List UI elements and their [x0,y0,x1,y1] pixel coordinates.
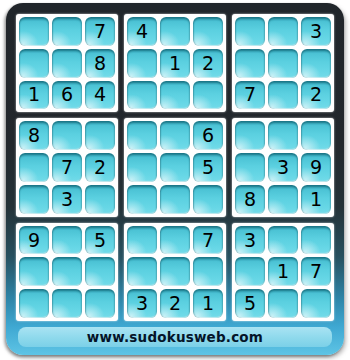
sudoku-block-7: 95 [16,223,118,321]
sudoku-cell-r6c1[interactable] [19,185,49,214]
sudoku-cell-r2c5: 1 [160,49,190,78]
sudoku-cell-r7c1: 9 [19,226,49,255]
sudoku-cell-r3c2: 6 [52,81,82,110]
sudoku-cell-r7c5[interactable] [160,226,190,255]
sudoku-cell-r6c9: 1 [301,185,331,214]
sudoku-cell-r2c2[interactable] [52,49,82,78]
sudoku-cell-r1c7[interactable] [235,17,265,46]
sudoku-cell-r5c7[interactable] [235,153,265,182]
sudoku-cell-r3c8[interactable] [268,81,298,110]
board-frame: 7816441237287236539819573213175 www.sudo… [6,3,344,355]
sudoku-cell-r7c3: 5 [85,226,115,255]
sudoku-cell-r1c4: 4 [127,17,157,46]
sudoku-cell-r8c8: 1 [268,257,298,286]
sudoku-cell-r6c7: 8 [235,185,265,214]
sudoku-cell-r9c1[interactable] [19,289,49,318]
sudoku-cell-r4c8[interactable] [268,121,298,150]
sudoku-cell-r1c1[interactable] [19,17,49,46]
sudoku-cell-r2c3: 8 [85,49,115,78]
sudoku-cell-r5c4[interactable] [127,153,157,182]
sudoku-cell-r2c9[interactable] [301,49,331,78]
sudoku-block-3: 372 [232,14,334,112]
sudoku-cell-r6c3[interactable] [85,185,115,214]
sudoku-block-9: 3175 [232,223,334,321]
sudoku-cell-r4c7[interactable] [235,121,265,150]
sudoku-cell-r4c5[interactable] [160,121,190,150]
sudoku-cell-r6c2: 3 [52,185,82,214]
sudoku-cell-r5c3: 2 [85,153,115,182]
sudoku-block-2: 412 [124,14,226,112]
sudoku-cell-r3c9: 2 [301,81,331,110]
sudoku-cell-r3c3: 4 [85,81,115,110]
sudoku-cell-r1c9: 3 [301,17,331,46]
sudoku-block-6: 3981 [232,118,334,216]
sudoku-cell-r9c5: 2 [160,289,190,318]
sudoku-cell-r2c6: 2 [193,49,223,78]
sudoku-page: 7816441237287236539819573213175 www.sudo… [0,0,350,360]
sudoku-cell-r4c2[interactable] [52,121,82,150]
sudoku-cell-r1c5[interactable] [160,17,190,46]
sudoku-cell-r2c1[interactable] [19,49,49,78]
sudoku-cell-r5c2: 7 [52,153,82,182]
sudoku-cell-r8c9: 7 [301,257,331,286]
sudoku-cell-r8c5[interactable] [160,257,190,286]
sudoku-cell-r6c6[interactable] [193,185,223,214]
sudoku-cell-r9c4: 3 [127,289,157,318]
site-url[interactable]: www.sudokusweb.com [87,329,263,345]
sudoku-cell-r2c7[interactable] [235,49,265,78]
sudoku-cell-r7c6: 7 [193,226,223,255]
sudoku-cell-r9c2[interactable] [52,289,82,318]
sudoku-cell-r3c1: 1 [19,81,49,110]
sudoku-cell-r6c5[interactable] [160,185,190,214]
sudoku-cell-r2c8[interactable] [268,49,298,78]
sudoku-cell-r7c9[interactable] [301,226,331,255]
sudoku-cell-r8c2[interactable] [52,257,82,286]
sudoku-cell-r9c3[interactable] [85,289,115,318]
sudoku-cell-r5c5[interactable] [160,153,190,182]
sudoku-cell-r7c2[interactable] [52,226,82,255]
sudoku-cell-r9c6: 1 [193,289,223,318]
sudoku-cell-r8c1[interactable] [19,257,49,286]
sudoku-cell-r3c7: 7 [235,81,265,110]
sudoku-cell-r7c7: 3 [235,226,265,255]
sudoku-cell-r4c6: 6 [193,121,223,150]
sudoku-cell-r4c1: 8 [19,121,49,150]
sudoku-cell-r4c3[interactable] [85,121,115,150]
sudoku-cell-r7c4[interactable] [127,226,157,255]
sudoku-cell-r4c9[interactable] [301,121,331,150]
sudoku-cell-r3c4[interactable] [127,81,157,110]
sudoku-cell-r6c8[interactable] [268,185,298,214]
sudoku-cell-r9c7: 5 [235,289,265,318]
sudoku-cell-r8c3[interactable] [85,257,115,286]
sudoku-cell-r8c4[interactable] [127,257,157,286]
sudoku-cell-r5c9: 9 [301,153,331,182]
sudoku-cell-r5c1[interactable] [19,153,49,182]
sudoku-cell-r1c2[interactable] [52,17,82,46]
sudoku-block-8: 7321 [124,223,226,321]
sudoku-cell-r1c3: 7 [85,17,115,46]
sudoku-cell-r2c4[interactable] [127,49,157,78]
sudoku-cell-r6c4[interactable] [127,185,157,214]
sudoku-cell-r4c4[interactable] [127,121,157,150]
sudoku-cell-r3c6[interactable] [193,81,223,110]
sudoku-block-4: 8723 [16,118,118,216]
sudoku-cell-r3c5[interactable] [160,81,190,110]
sudoku-board: 7816441237287236539819573213175 [16,14,334,321]
sudoku-cell-r5c6: 5 [193,153,223,182]
sudoku-cell-r7c8[interactable] [268,226,298,255]
sudoku-cell-r9c8[interactable] [268,289,298,318]
sudoku-cell-r8c7[interactable] [235,257,265,286]
sudoku-cell-r5c8: 3 [268,153,298,182]
sudoku-cell-r9c9[interactable] [301,289,331,318]
footer-band: www.sudokusweb.com [18,327,332,347]
sudoku-cell-r8c6[interactable] [193,257,223,286]
sudoku-cell-r1c8[interactable] [268,17,298,46]
sudoku-cell-r1c6[interactable] [193,17,223,46]
sudoku-block-5: 65 [124,118,226,216]
sudoku-block-1: 78164 [16,14,118,112]
